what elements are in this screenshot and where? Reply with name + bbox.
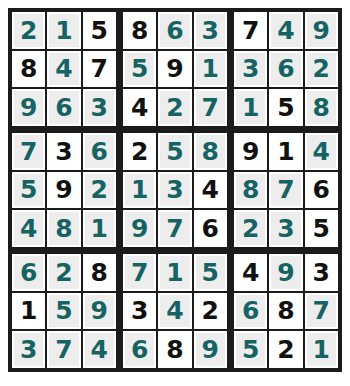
cell-r9c6[interactable]: 9 <box>194 331 227 368</box>
solved-digit: 9 <box>125 212 154 245</box>
cell-r6c6[interactable]: 6 <box>194 210 227 247</box>
given-digit: 8 <box>271 295 300 328</box>
cell-r6c7[interactable]: 2 <box>234 210 267 247</box>
cell-r4c6[interactable]: 8 <box>194 133 227 170</box>
solved-digit: 7 <box>14 135 43 168</box>
cell-r8c5[interactable]: 4 <box>158 293 191 330</box>
cell-r3c4[interactable]: 4 <box>123 89 156 126</box>
cell-r6c3[interactable]: 1 <box>83 210 116 247</box>
solved-digit: 8 <box>236 174 265 207</box>
solved-digit: 9 <box>196 333 225 366</box>
solved-digit: 9 <box>307 14 336 47</box>
given-digit: 2 <box>196 295 225 328</box>
cell-r3c8[interactable]: 5 <box>269 89 302 126</box>
solved-digit: 9 <box>271 256 300 289</box>
given-digit: 5 <box>271 91 300 124</box>
cell-r2c4[interactable]: 5 <box>123 51 156 88</box>
solved-digit: 1 <box>160 256 189 289</box>
cell-r3c1[interactable]: 9 <box>12 89 45 126</box>
cell-r8c9[interactable]: 7 <box>305 293 338 330</box>
solved-digit: 1 <box>196 53 225 86</box>
given-digit: 3 <box>125 295 154 328</box>
cell-r2c6[interactable]: 1 <box>194 51 227 88</box>
given-digit: 6 <box>307 174 336 207</box>
cell-r3c3[interactable]: 3 <box>83 89 116 126</box>
solved-digit: 3 <box>14 333 43 366</box>
cell-r2c3[interactable]: 7 <box>83 51 116 88</box>
given-digit: 2 <box>271 333 300 366</box>
cell-r1c6[interactable]: 3 <box>194 12 227 49</box>
given-digit: 8 <box>85 256 114 289</box>
solved-digit: 6 <box>160 14 189 47</box>
cell-r4c5[interactable]: 5 <box>158 133 191 170</box>
cell-r5c7[interactable]: 8 <box>234 172 267 209</box>
given-digit: 4 <box>125 91 154 124</box>
solved-digit: 4 <box>271 14 300 47</box>
solved-digit: 2 <box>49 256 78 289</box>
solved-digit: 6 <box>49 91 78 124</box>
cell-r2c9[interactable]: 2 <box>305 51 338 88</box>
solved-digit: 6 <box>125 333 154 366</box>
cell-r2c2[interactable]: 4 <box>47 51 80 88</box>
cell-r7c4[interactable]: 7 <box>123 254 156 291</box>
given-digit: 3 <box>307 256 336 289</box>
cell-r2c5[interactable]: 9 <box>158 51 191 88</box>
cell-r4c8[interactable]: 1 <box>269 133 302 170</box>
cell-r3c7[interactable]: 1 <box>234 89 267 126</box>
solved-digit: 7 <box>160 212 189 245</box>
solved-digit: 4 <box>160 295 189 328</box>
cell-r5c4[interactable]: 1 <box>123 172 156 209</box>
cell-r4c1[interactable]: 7 <box>12 133 45 170</box>
cell-r5c8[interactable]: 7 <box>269 172 302 209</box>
cell-r8c3[interactable]: 9 <box>83 293 116 330</box>
cell-r1c3[interactable]: 5 <box>83 12 116 49</box>
cell-r5c9[interactable]: 6 <box>305 172 338 209</box>
given-digit: 8 <box>160 333 189 366</box>
cell-r4c9[interactable]: 4 <box>305 133 338 170</box>
cell-r8c2[interactable]: 5 <box>47 293 80 330</box>
solved-digit: 3 <box>236 53 265 86</box>
solved-digit: 5 <box>160 135 189 168</box>
solved-digit: 6 <box>14 256 43 289</box>
solved-digit: 4 <box>14 212 43 245</box>
given-digit: 7 <box>85 53 114 86</box>
cell-r8c1[interactable]: 1 <box>12 293 45 330</box>
cell-r5c6[interactable]: 4 <box>194 172 227 209</box>
given-digit: 6 <box>196 212 225 245</box>
given-digit: 4 <box>196 174 225 207</box>
cell-r9c9[interactable]: 1 <box>305 331 338 368</box>
solved-digit: 9 <box>85 295 114 328</box>
cell-r2c7[interactable]: 3 <box>234 51 267 88</box>
solved-digit: 6 <box>236 295 265 328</box>
cell-r7c6[interactable]: 5 <box>194 254 227 291</box>
cell-r7c2[interactable]: 2 <box>47 254 80 291</box>
solved-digit: 7 <box>49 333 78 366</box>
cell-r1c8[interactable]: 4 <box>269 12 302 49</box>
given-digit: 5 <box>307 212 336 245</box>
cell-r5c5[interactable]: 3 <box>158 172 191 209</box>
cell-r7c8[interactable]: 9 <box>269 254 302 291</box>
cell-r3c5[interactable]: 2 <box>158 89 191 126</box>
cell-r5c1[interactable]: 5 <box>12 172 45 209</box>
cell-r9c1[interactable]: 3 <box>12 331 45 368</box>
cell-r3c6[interactable]: 7 <box>194 89 227 126</box>
solved-digit: 2 <box>14 14 43 47</box>
cell-r3c2[interactable]: 6 <box>47 89 80 126</box>
cell-r5c3[interactable]: 2 <box>83 172 116 209</box>
given-digit: 3 <box>49 135 78 168</box>
cell-r6c5[interactable]: 7 <box>158 210 191 247</box>
cell-r1c2[interactable]: 1 <box>47 12 80 49</box>
cell-r9c3[interactable]: 4 <box>83 331 116 368</box>
cell-r9c5[interactable]: 8 <box>158 331 191 368</box>
solved-digit: 2 <box>236 212 265 245</box>
cell-r7c7[interactable]: 4 <box>234 254 267 291</box>
solved-digit: 5 <box>49 295 78 328</box>
solved-digit: 1 <box>307 333 336 366</box>
solved-digit: 7 <box>196 91 225 124</box>
cell-r1c4[interactable]: 8 <box>123 12 156 49</box>
given-digit: 4 <box>236 256 265 289</box>
cell-r4c3[interactable]: 6 <box>83 133 116 170</box>
solved-digit: 5 <box>14 174 43 207</box>
sudoku-board: 2158637498475913629634271587362589145921… <box>8 8 342 372</box>
solved-digit: 9 <box>14 91 43 124</box>
cell-r1c9[interactable]: 9 <box>305 12 338 49</box>
solved-digit: 2 <box>160 91 189 124</box>
solved-digit: 7 <box>271 174 300 207</box>
solved-digit: 3 <box>196 14 225 47</box>
cell-r2c8[interactable]: 6 <box>269 51 302 88</box>
cell-r3c9[interactable]: 8 <box>305 89 338 126</box>
solved-digit: 1 <box>125 174 154 207</box>
given-digit: 1 <box>14 295 43 328</box>
given-digit: 5 <box>85 14 114 47</box>
solved-digit: 5 <box>196 256 225 289</box>
cell-r1c7[interactable]: 7 <box>234 12 267 49</box>
solved-digit: 3 <box>271 212 300 245</box>
solved-digit: 6 <box>271 53 300 86</box>
cell-r6c9[interactable]: 5 <box>305 210 338 247</box>
given-digit: 8 <box>14 53 43 86</box>
given-digit: 8 <box>125 14 154 47</box>
solved-digit: 4 <box>49 53 78 86</box>
cell-r9c2[interactable]: 7 <box>47 331 80 368</box>
cell-r7c3[interactable]: 8 <box>83 254 116 291</box>
solved-digit: 5 <box>125 53 154 86</box>
solved-digit: 3 <box>85 91 114 124</box>
cell-r6c1[interactable]: 4 <box>12 210 45 247</box>
given-digit: 9 <box>160 53 189 86</box>
solved-digit: 7 <box>307 295 336 328</box>
cell-r4c7[interactable]: 9 <box>234 133 267 170</box>
cell-r4c2[interactable]: 3 <box>47 133 80 170</box>
solved-digit: 8 <box>196 135 225 168</box>
cell-r6c2[interactable]: 8 <box>47 210 80 247</box>
cell-r5c2[interactable]: 9 <box>47 172 80 209</box>
solved-digit: 2 <box>307 53 336 86</box>
cell-r7c1[interactable]: 6 <box>12 254 45 291</box>
solved-digit: 8 <box>49 212 78 245</box>
solved-digit: 7 <box>125 256 154 289</box>
cell-r8c6[interactable]: 2 <box>194 293 227 330</box>
solved-digit: 1 <box>236 91 265 124</box>
cell-r4c4[interactable]: 2 <box>123 133 156 170</box>
solved-digit: 1 <box>85 212 114 245</box>
given-digit: 2 <box>125 135 154 168</box>
cell-r9c7[interactable]: 5 <box>234 331 267 368</box>
cell-r1c1[interactable]: 2 <box>12 12 45 49</box>
cell-r8c4[interactable]: 3 <box>123 293 156 330</box>
solved-digit: 6 <box>85 135 114 168</box>
solved-digit: 8 <box>307 91 336 124</box>
cell-r8c8[interactable]: 8 <box>269 293 302 330</box>
cell-r8c7[interactable]: 6 <box>234 293 267 330</box>
cell-r1c5[interactable]: 6 <box>158 12 191 49</box>
solved-digit: 3 <box>160 174 189 207</box>
cell-r6c4[interactable]: 9 <box>123 210 156 247</box>
cell-r9c4[interactable]: 6 <box>123 331 156 368</box>
solved-digit: 4 <box>307 135 336 168</box>
given-digit: 9 <box>49 174 78 207</box>
cell-r7c9[interactable]: 3 <box>305 254 338 291</box>
given-digit: 1 <box>271 135 300 168</box>
solved-digit: 5 <box>236 333 265 366</box>
cell-r9c8[interactable]: 2 <box>269 331 302 368</box>
cell-r6c8[interactable]: 3 <box>269 210 302 247</box>
given-digit: 9 <box>236 135 265 168</box>
given-digit: 7 <box>236 14 265 47</box>
solved-digit: 4 <box>85 333 114 366</box>
solved-digit: 1 <box>49 14 78 47</box>
cell-r2c1[interactable]: 8 <box>12 51 45 88</box>
cell-r7c5[interactable]: 1 <box>158 254 191 291</box>
solved-digit: 2 <box>85 174 114 207</box>
